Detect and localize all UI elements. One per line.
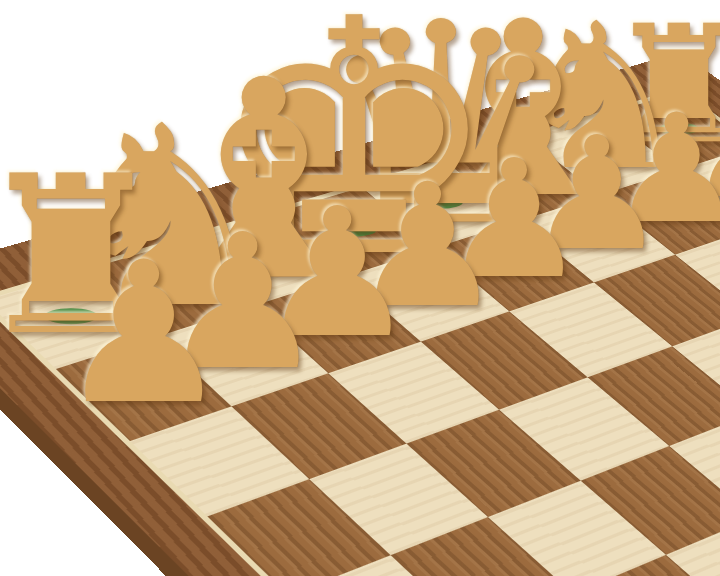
board-squares-grid [0,88,720,576]
chess-set-product-photo: ♜♞♝♟♛♟♚♟♝♟♞♟♜♟♟♟ [0,0,720,576]
chess-board [0,52,720,576]
